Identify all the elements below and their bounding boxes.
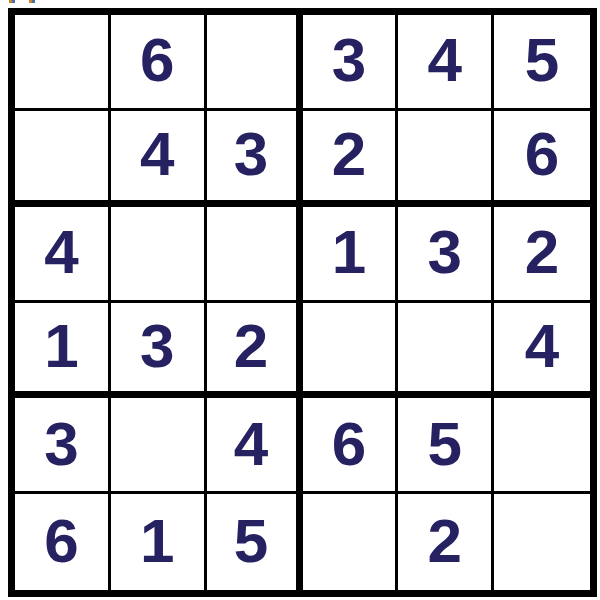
cell-r1c6[interactable]: 5 — [494, 15, 590, 111]
given-digit: 3 — [140, 315, 174, 377]
cell-r2c6[interactable]: 6 — [494, 111, 590, 207]
given-digit: 5 — [525, 29, 559, 91]
given-digit: 2 — [428, 510, 462, 572]
given-digit: 3 — [234, 123, 268, 185]
sudoku-board: 634543264132132434656152 — [8, 8, 597, 597]
cell-r4c3[interactable]: 2 — [207, 303, 303, 399]
given-digit: 4 — [234, 413, 268, 475]
cell-r4c6[interactable]: 4 — [494, 303, 590, 399]
cell-r6c5[interactable]: 2 — [398, 494, 494, 590]
cell-r2c3[interactable]: 3 — [207, 111, 303, 207]
cutoff-artifact-mark — [29, 0, 35, 3]
given-digit: 1 — [332, 221, 366, 283]
cell-r5c6[interactable] — [494, 398, 590, 494]
cell-r3c3[interactable] — [207, 207, 303, 303]
cell-r2c1[interactable] — [15, 111, 111, 207]
cell-r4c2[interactable]: 3 — [111, 303, 207, 399]
cell-r6c6[interactable] — [494, 494, 590, 590]
cell-r5c4[interactable]: 6 — [303, 398, 399, 494]
cell-r3c4[interactable]: 1 — [303, 207, 399, 303]
cell-r4c1[interactable]: 1 — [15, 303, 111, 399]
cell-r1c3[interactable] — [207, 15, 303, 111]
cell-r6c4[interactable] — [303, 494, 399, 590]
cell-r4c5[interactable] — [398, 303, 494, 399]
cell-r6c3[interactable]: 5 — [207, 494, 303, 590]
given-digit: 2 — [525, 221, 559, 283]
given-digit: 3 — [332, 29, 366, 91]
given-digit: 2 — [234, 315, 268, 377]
given-digit: 3 — [44, 413, 78, 475]
cell-r3c1[interactable]: 4 — [15, 207, 111, 303]
given-digit: 6 — [525, 123, 559, 185]
cell-r5c3[interactable]: 4 — [207, 398, 303, 494]
cell-r1c1[interactable] — [15, 15, 111, 111]
cell-r6c1[interactable]: 6 — [15, 494, 111, 590]
cell-r1c5[interactable]: 4 — [398, 15, 494, 111]
given-digit: 5 — [428, 413, 462, 475]
cell-r4c4[interactable] — [303, 303, 399, 399]
cell-r5c2[interactable] — [111, 398, 207, 494]
given-digit: 6 — [140, 29, 174, 91]
cell-r3c5[interactable]: 3 — [398, 207, 494, 303]
cell-r2c2[interactable]: 4 — [111, 111, 207, 207]
given-digit: 1 — [140, 510, 174, 572]
cell-r1c2[interactable]: 6 — [111, 15, 207, 111]
cell-r2c5[interactable] — [398, 111, 494, 207]
given-digit: 6 — [332, 413, 366, 475]
given-digit: 3 — [428, 221, 462, 283]
cell-r3c6[interactable]: 2 — [494, 207, 590, 303]
given-digit: 2 — [332, 123, 366, 185]
given-digit: 6 — [44, 510, 78, 572]
given-digit: 1 — [44, 315, 78, 377]
cell-r5c1[interactable]: 3 — [15, 398, 111, 494]
cell-r6c2[interactable]: 1 — [111, 494, 207, 590]
cell-r2c4[interactable]: 2 — [303, 111, 399, 207]
cutoff-artifact-mark — [9, 0, 15, 3]
cell-r5c5[interactable]: 5 — [398, 398, 494, 494]
given-digit: 5 — [234, 510, 268, 572]
cell-r1c4[interactable]: 3 — [303, 15, 399, 111]
given-digit: 4 — [44, 221, 78, 283]
given-digit: 4 — [428, 29, 462, 91]
given-digit: 4 — [525, 315, 559, 377]
cell-r3c2[interactable] — [111, 207, 207, 303]
given-digit: 4 — [140, 123, 174, 185]
